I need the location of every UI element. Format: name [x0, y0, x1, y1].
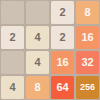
tile-16-r2c4: 16	[76, 26, 99, 49]
tile-4-r2c2: 4	[26, 26, 49, 49]
tile-2-r1c3: 2	[51, 1, 74, 24]
tile-256-r4c4: 256	[76, 76, 99, 99]
tile-16-r3c3: 16	[51, 51, 74, 74]
board-2048[interactable]: 2824216416324864256	[0, 0, 100, 100]
tile-8-r4c2: 8	[26, 76, 49, 99]
tile-2-r2c3: 2	[51, 26, 74, 49]
empty-cell-r1c2	[26, 1, 49, 24]
tile-4-r3c2: 4	[26, 51, 49, 74]
tile-32-r3c4: 32	[76, 51, 99, 74]
empty-cell-r1c1	[1, 1, 24, 24]
tile-2-r2c1: 2	[1, 26, 24, 49]
empty-cell-r3c1	[1, 51, 24, 74]
tile-4-r4c1: 4	[1, 76, 24, 99]
tile-64-r4c3: 64	[51, 76, 74, 99]
tile-8-r1c4: 8	[76, 1, 99, 24]
